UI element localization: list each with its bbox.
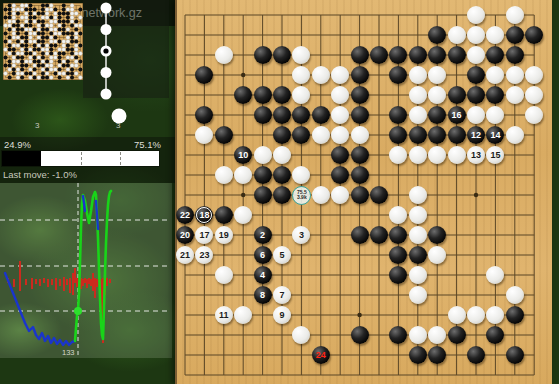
suggestion-winrate-visits: 75.53.9k (296, 190, 306, 199)
white-stone (448, 306, 466, 324)
white-stone (409, 146, 427, 164)
white-stone (448, 146, 466, 164)
black-stone (351, 186, 369, 204)
black-stone (448, 126, 466, 144)
move-number-label: 10 (238, 151, 248, 160)
move-number-label: 11 (219, 311, 229, 320)
white-stone (409, 106, 427, 124)
black-stone (254, 46, 272, 64)
white-stone (312, 186, 330, 204)
tree-node[interactable] (101, 3, 112, 14)
move-number-label: 21 (180, 251, 190, 260)
black-stone (254, 106, 272, 124)
go-board[interactable]: 1612141013152218201719232123654871192475… (175, 0, 552, 384)
white-stone (409, 186, 427, 204)
white-stone (409, 66, 427, 84)
variation-tree[interactable] (80, 0, 175, 135)
black-stone: 20 (176, 226, 194, 244)
black-stone (312, 106, 330, 124)
tree-node[interactable] (101, 67, 112, 78)
white-stone (409, 86, 427, 104)
winrate-bar-black-segment (2, 151, 41, 166)
move-number-label: 2 (260, 231, 265, 240)
white-stone: 13 (467, 146, 485, 164)
white-stone (409, 266, 427, 284)
black-stone (506, 306, 524, 324)
white-stone (506, 126, 524, 144)
black-stone (448, 86, 466, 104)
white-stone (215, 46, 233, 64)
black-stone: 4 (254, 266, 272, 284)
black-winrate-label: 24.9% (4, 139, 31, 150)
white-stone: 21 (176, 246, 194, 264)
ai-suggested-move-marker[interactable]: 75.53.9k (292, 186, 311, 205)
current-move-number-label: 133 (62, 348, 75, 357)
black-stone: 8 (254, 286, 272, 304)
black-stone (467, 66, 485, 84)
black-stone (351, 166, 369, 184)
move-number-label: 8 (260, 291, 265, 300)
black-stone (273, 86, 291, 104)
black-stone (506, 26, 524, 44)
winrate-history-graph[interactable]: 133 (0, 183, 172, 358)
black-stone (351, 46, 369, 64)
white-stone (273, 146, 291, 164)
last-move-delta-label: Last move: -1.0% (3, 169, 77, 180)
move-number-label: 16 (452, 111, 462, 120)
black-stone (215, 126, 233, 144)
move-number-label: 24 (316, 351, 326, 360)
move-number-label: 15 (490, 151, 500, 160)
black-stone (370, 186, 388, 204)
white-stone: 5 (273, 246, 291, 264)
move-number-label: 9 (279, 311, 284, 320)
game-thumbnail-board[interactable] (3, 3, 83, 80)
move-number-label: 17 (199, 231, 209, 240)
black-stone (409, 46, 427, 64)
winrate-bar-tick (120, 152, 121, 165)
winrate-bar-tick (81, 152, 82, 165)
black-stone (409, 246, 427, 264)
white-stone (254, 146, 272, 164)
white-stone (467, 26, 485, 44)
black-stone (409, 346, 427, 364)
black-stone (273, 106, 291, 124)
white-stone (312, 126, 330, 144)
black-stone (254, 166, 272, 184)
tree-branch-label: 3 (116, 121, 120, 130)
white-stone (215, 166, 233, 184)
black-stone (370, 46, 388, 64)
black-stone (351, 66, 369, 84)
current-move-dot (74, 307, 82, 315)
black-stone (351, 106, 369, 124)
black-stone (254, 186, 272, 204)
white-stone (506, 6, 524, 24)
move-number-label: 6 (260, 251, 265, 260)
move-number-label: 20 (180, 231, 190, 240)
white-stone: 11 (215, 306, 233, 324)
white-stone (467, 46, 485, 64)
white-stone (506, 86, 524, 104)
black-stone (506, 346, 524, 364)
white-stone (506, 66, 524, 84)
move-number-label: 4 (260, 271, 265, 280)
current-node-ring (196, 207, 212, 223)
white-stone (351, 126, 369, 144)
tree-node[interactable] (101, 89, 112, 100)
white-stone (506, 286, 524, 304)
black-stone (448, 46, 466, 64)
white-stone (409, 326, 427, 344)
move-number-label: 22 (180, 211, 190, 220)
white-stone (409, 286, 427, 304)
black-stone (215, 206, 233, 224)
black-stone (273, 166, 291, 184)
white-stone (467, 306, 485, 324)
move-number-label: 23 (199, 251, 209, 260)
tree-branch-label: 3 (35, 121, 39, 130)
white-stone: 9 (273, 306, 291, 324)
move-number-label: 7 (279, 291, 284, 300)
tree-node[interactable] (101, 24, 112, 35)
winrate-bar (2, 151, 159, 166)
black-stone (351, 226, 369, 244)
black-stone (254, 86, 272, 104)
white-stone (409, 206, 427, 224)
black-stone (351, 86, 369, 104)
move-number-label: 5 (279, 251, 284, 260)
white-stone: 7 (273, 286, 291, 304)
black-stone: 2 (254, 226, 272, 244)
white-stone (409, 226, 427, 244)
black-stone: 12 (467, 126, 485, 144)
black-stone: 16 (448, 106, 466, 124)
white-stone: 19 (215, 226, 233, 244)
white-stone (467, 6, 485, 24)
white-winrate-label: 75.1% (134, 139, 161, 150)
black-stone (273, 46, 291, 64)
black-stone (506, 46, 524, 64)
black-stone: 6 (254, 246, 272, 264)
black-stone (273, 126, 291, 144)
black-stone (467, 346, 485, 364)
white-stone (215, 266, 233, 284)
black-stone (448, 326, 466, 344)
black-stone: 24 (312, 346, 330, 364)
black-stone (467, 86, 485, 104)
black-stone (370, 226, 388, 244)
white-stone (448, 26, 466, 44)
move-number-label: 13 (471, 151, 481, 160)
white-stone (467, 106, 485, 124)
black-stone (273, 186, 291, 204)
black-stone (409, 126, 427, 144)
black-stone: 22 (176, 206, 194, 224)
move-number-label: 19 (219, 231, 229, 240)
app-window: 3 3 24.9% 75.1% Last move: -1.0% 133 Pon… (0, 0, 559, 384)
move-number-label: 12 (471, 131, 481, 140)
black-stone (351, 146, 369, 164)
current-node-dot (103, 48, 108, 53)
white-stone (312, 66, 330, 84)
move-number-label: 14 (490, 131, 500, 140)
black-stone (351, 326, 369, 344)
move-number-label: 3 (299, 231, 304, 240)
